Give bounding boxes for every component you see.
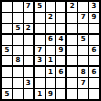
empty-cell-r8c6[interactable] [56,78,66,88]
empty-cell-r7c3[interactable] [24,67,34,77]
empty-cell-r8c9[interactable] [89,78,99,88]
given-cell-r9c9[interactable] [89,89,99,99]
empty-cell-r6c1[interactable] [2,56,12,66]
empty-cell-r3c8[interactable] [78,24,88,34]
given-cell-r5c1[interactable]: 5 [2,46,12,56]
given-cell-r4c6[interactable]: 4 [56,35,66,45]
empty-cell-r5c2[interactable] [13,46,23,56]
empty-cell-r9c3[interactable] [24,89,34,99]
empty-cell-r8c7[interactable] [67,78,77,88]
empty-cell-r7c2[interactable] [13,67,23,77]
empty-cell-r3c7[interactable] [67,24,77,34]
given-cell-r6c4[interactable]: 3 [35,56,45,66]
empty-cell-r2c7[interactable] [67,13,77,23]
empty-cell-r8c5[interactable] [46,78,56,88]
sudoku-grid: 7523279526455796831168637519 [2,2,99,99]
empty-cell-r4c4[interactable] [35,35,45,45]
empty-cell-r2c6[interactable] [56,13,66,23]
empty-cell-r3c4[interactable] [35,24,45,34]
given-cell-r9c5[interactable]: 9 [46,89,56,99]
given-cell-r2c8[interactable]: 7 [78,13,88,23]
sudoku-board: 7523279526455796831168637519 [0,0,101,101]
empty-cell-r4c2[interactable] [13,35,23,45]
given-cell-r3c3[interactable]: 2 [24,24,34,34]
given-cell-r4c5[interactable]: 6 [46,35,56,45]
empty-cell-r8c4[interactable] [35,78,45,88]
given-cell-r7c5[interactable]: 1 [46,67,56,77]
given-cell-r1c9[interactable]: 3 [89,2,99,12]
empty-cell-r6c8[interactable] [78,56,88,66]
given-cell-r5c6[interactable]: 9 [56,46,66,56]
empty-cell-r1c1[interactable] [2,2,12,12]
empty-cell-r2c3[interactable] [24,13,34,23]
given-cell-r8c3[interactable]: 3 [24,78,34,88]
empty-cell-r5c3[interactable] [24,46,34,56]
given-cell-r5c9[interactable]: 6 [89,46,99,56]
empty-cell-r4c1[interactable] [2,35,12,45]
empty-cell-r6c9[interactable] [89,56,99,66]
empty-cell-r2c1[interactable] [2,13,12,23]
empty-cell-r3c1[interactable] [2,24,12,34]
given-cell-r9c8[interactable] [78,89,88,99]
empty-cell-r8c2[interactable] [13,78,23,88]
given-cell-r6c2[interactable]: 8 [13,56,23,66]
given-cell-r3c2[interactable]: 5 [13,24,23,34]
empty-cell-r1c2[interactable] [13,2,23,12]
given-cell-r8c8[interactable]: 7 [78,78,88,88]
empty-cell-r4c7[interactable] [67,35,77,45]
given-cell-r7c6[interactable]: 6 [56,67,66,77]
empty-cell-r3c5[interactable] [46,24,56,34]
given-cell-r7c8[interactable]: 8 [78,67,88,77]
empty-cell-r7c7[interactable] [67,67,77,77]
empty-cell-r8c1[interactable] [2,78,12,88]
empty-cell-r4c9[interactable] [89,35,99,45]
empty-cell-r9c6[interactable] [56,89,66,99]
empty-cell-r5c5[interactable] [46,46,56,56]
empty-cell-r7c1[interactable] [2,67,12,77]
given-cell-r1c3[interactable]: 7 [24,2,34,12]
given-cell-r5c4[interactable]: 7 [35,46,45,56]
empty-cell-r1c6[interactable] [56,2,66,12]
empty-cell-r3c9[interactable] [89,24,99,34]
empty-cell-r9c2[interactable] [13,89,23,99]
empty-cell-r5c8[interactable] [78,46,88,56]
given-cell-r1c4[interactable]: 5 [35,2,45,12]
empty-cell-r5c7[interactable] [67,46,77,56]
empty-cell-r4c3[interactable] [24,35,34,45]
given-cell-r9c1[interactable]: 5 [2,89,12,99]
empty-cell-r1c8[interactable] [78,2,88,12]
given-cell-r6c5[interactable]: 1 [46,56,56,66]
given-cell-r1c7[interactable]: 2 [67,2,77,12]
empty-cell-r7c4[interactable] [35,67,45,77]
empty-cell-r1c5[interactable] [46,2,56,12]
empty-cell-r6c7[interactable] [67,56,77,66]
empty-cell-r9c7[interactable] [67,89,77,99]
given-cell-r7c9[interactable]: 6 [89,67,99,77]
empty-cell-r6c3[interactable] [24,56,34,66]
empty-cell-r6c6[interactable] [56,56,66,66]
empty-cell-r2c4[interactable] [35,13,45,23]
given-cell-r4c8[interactable]: 5 [78,35,88,45]
empty-cell-r3c6[interactable] [56,24,66,34]
given-cell-r9c4[interactable]: 1 [35,89,45,99]
empty-cell-r2c2[interactable] [13,13,23,23]
given-cell-r2c5[interactable]: 2 [46,13,56,23]
given-cell-r2c9[interactable]: 9 [89,13,99,23]
